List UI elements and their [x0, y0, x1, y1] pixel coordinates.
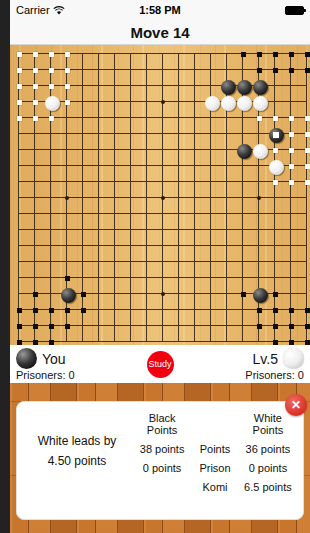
white-territory-mark — [305, 132, 310, 137]
white-territory-mark — [33, 52, 38, 57]
white-territory-mark — [257, 116, 262, 121]
status-bar: Carrier 1:58 PM — [10, 0, 310, 20]
black-territory-mark — [49, 340, 54, 345]
black-territory-mark — [17, 324, 22, 329]
black-stone — [221, 80, 236, 95]
white-player-info: Lv.5 Prisoners: 0 — [245, 348, 304, 380]
black-territory-mark — [305, 340, 310, 345]
white-territory-mark — [49, 84, 54, 89]
black-territory-mark — [241, 52, 246, 57]
prison-row-label: Prison — [191, 462, 239, 474]
white-territory-mark — [49, 68, 54, 73]
black-territory-mark — [65, 276, 70, 281]
clock: 1:58 PM — [10, 4, 310, 16]
white-territory-mark — [65, 100, 70, 105]
white-territory-mark — [289, 132, 294, 137]
black-player-name: You — [42, 351, 66, 367]
white-stone-icon — [283, 348, 304, 369]
score-table: Black Points White Points 38 points Poin… — [133, 412, 297, 493]
page-title: Move 14 — [130, 24, 189, 41]
player-bar: You Prisoners: 0 Study Lv.5 Prisoners: 0 — [10, 345, 310, 383]
dead-black-stone — [269, 128, 284, 143]
white-prison-value: 0 points — [239, 462, 297, 474]
black-territory-mark — [289, 340, 294, 345]
black-territory-mark — [305, 52, 310, 57]
black-territory-mark — [289, 324, 294, 329]
white-territory-mark — [273, 116, 278, 121]
white-territory-mark — [305, 164, 310, 169]
white-territory-mark — [33, 68, 38, 73]
white-territory-mark — [17, 84, 22, 89]
black-territory-mark — [273, 68, 278, 73]
black-stone-icon — [16, 348, 37, 369]
black-player-info: You Prisoners: 0 — [16, 348, 75, 380]
nav-bar: Move 14 — [10, 20, 310, 45]
white-territory-mark — [17, 116, 22, 121]
white-territory-mark — [289, 164, 294, 169]
white-territory-mark — [65, 52, 70, 57]
black-prisoners-label: Prisoners: 0 — [16, 369, 75, 381]
go-board[interactable] — [10, 45, 310, 345]
study-button[interactable]: Study — [147, 351, 174, 378]
white-stone — [45, 96, 60, 111]
score-lead-text: White leads by 4.50 points — [25, 432, 129, 472]
white-territory-mark — [273, 180, 278, 185]
white-points-header: White Points — [239, 412, 297, 436]
star-point — [257, 196, 261, 200]
white-territory-mark — [289, 148, 294, 153]
black-points-value: 38 points — [133, 443, 191, 455]
black-territory-mark — [273, 324, 278, 329]
black-territory-mark — [257, 68, 262, 73]
black-stone — [253, 80, 268, 95]
black-territory-mark — [305, 68, 310, 73]
white-stone — [253, 96, 268, 111]
black-territory-mark — [273, 308, 278, 313]
close-icon[interactable]: ✕ — [285, 394, 307, 416]
battery-icon — [285, 6, 304, 15]
black-territory-mark — [49, 324, 54, 329]
black-territory-mark — [81, 308, 86, 313]
black-territory-mark — [33, 340, 38, 345]
white-territory-mark — [289, 180, 294, 185]
white-territory-mark — [289, 116, 294, 121]
points-row-label: Points — [191, 443, 239, 455]
white-stone — [269, 160, 284, 175]
white-territory-mark — [33, 100, 38, 105]
black-territory-mark — [273, 52, 278, 57]
black-territory-mark — [33, 324, 38, 329]
white-territory-mark — [65, 84, 70, 89]
white-territory-mark — [33, 84, 38, 89]
black-territory-mark — [257, 308, 262, 313]
black-territory-mark — [241, 292, 246, 297]
white-points-value: 36 points — [239, 443, 297, 455]
black-territory-mark — [33, 292, 38, 297]
black-territory-mark — [65, 324, 70, 329]
white-territory-mark — [17, 100, 22, 105]
black-territory-mark — [305, 324, 310, 329]
white-territory-mark — [305, 180, 310, 185]
black-prison-value: 0 points — [133, 462, 191, 474]
black-stone — [237, 80, 252, 95]
black-points-header: Black Points — [133, 412, 191, 436]
black-territory-mark — [257, 324, 262, 329]
black-stone — [237, 144, 252, 159]
white-territory-mark — [17, 68, 22, 73]
app-screen: Carrier 1:58 PM Move 14 You Prisoners: 0… — [10, 0, 310, 533]
komi-row-label: Komi — [191, 481, 239, 493]
black-territory-mark — [289, 52, 294, 57]
black-territory-mark — [289, 308, 294, 313]
white-territory-mark — [49, 116, 54, 121]
white-stone — [237, 96, 252, 111]
star-point — [161, 196, 165, 200]
black-territory-mark — [65, 308, 70, 313]
white-territory-mark — [33, 116, 38, 121]
white-stone — [253, 144, 268, 159]
black-territory-mark — [289, 68, 294, 73]
white-territory-mark — [65, 68, 70, 73]
white-stone — [205, 96, 220, 111]
black-territory-mark — [17, 340, 22, 345]
star-point — [65, 196, 69, 200]
white-territory-mark — [305, 148, 310, 153]
white-stone — [221, 96, 236, 111]
white-player-name: Lv.5 — [253, 351, 278, 367]
white-territory-mark — [49, 52, 54, 57]
black-territory-mark — [81, 292, 86, 297]
black-territory-mark — [305, 308, 310, 313]
black-stone — [253, 288, 268, 303]
black-territory-mark — [17, 308, 22, 313]
black-territory-mark — [273, 292, 278, 297]
black-stone — [61, 288, 76, 303]
white-prisoners-label: Prisoners: 0 — [245, 369, 304, 381]
white-territory-mark — [273, 148, 278, 153]
black-territory-mark — [49, 308, 54, 313]
score-panel: White leads by 4.50 points Black Points … — [16, 401, 304, 520]
black-territory-mark — [273, 340, 278, 345]
star-point — [161, 292, 165, 296]
white-komi-value: 6.5 points — [239, 481, 297, 493]
white-territory-mark — [17, 52, 22, 57]
black-territory-mark — [33, 308, 38, 313]
star-point — [161, 100, 165, 104]
black-territory-mark — [257, 52, 262, 57]
white-territory-mark — [305, 116, 310, 121]
dead-stone-mark — [273, 132, 279, 138]
